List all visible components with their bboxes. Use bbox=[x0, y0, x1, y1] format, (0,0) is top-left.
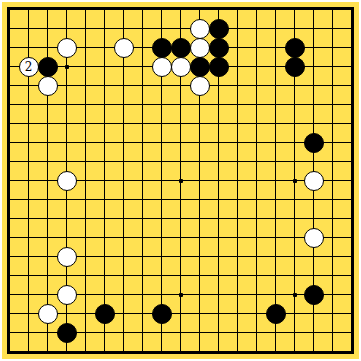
white-stone[interactable] bbox=[152, 57, 172, 77]
white-stone[interactable] bbox=[57, 38, 77, 58]
star-point bbox=[293, 293, 297, 297]
black-stone[interactable] bbox=[209, 38, 229, 58]
white-stone[interactable] bbox=[190, 76, 210, 96]
white-stone[interactable] bbox=[57, 171, 77, 191]
star-point bbox=[179, 179, 183, 183]
white-stone[interactable] bbox=[38, 304, 58, 324]
white-stone[interactable] bbox=[190, 38, 210, 58]
black-stone[interactable] bbox=[152, 38, 172, 58]
black-stone[interactable] bbox=[285, 57, 305, 77]
go-diagram: 2 bbox=[0, 0, 361, 361]
star-point bbox=[179, 293, 183, 297]
white-stone[interactable] bbox=[57, 247, 77, 267]
move-number-label: 2 bbox=[25, 61, 33, 73]
white-stone[interactable] bbox=[38, 76, 58, 96]
white-stone[interactable] bbox=[57, 285, 77, 305]
black-stone[interactable] bbox=[209, 19, 229, 39]
go-board-grid[interactable]: 2 bbox=[0, 0, 361, 361]
white-stone[interactable] bbox=[190, 19, 210, 39]
black-stone[interactable] bbox=[152, 304, 172, 324]
black-stone[interactable] bbox=[38, 57, 58, 77]
white-stone[interactable] bbox=[304, 171, 324, 191]
black-stone[interactable] bbox=[304, 133, 324, 153]
white-stone[interactable]: 2 bbox=[19, 57, 39, 77]
black-stone[interactable] bbox=[190, 57, 210, 77]
black-stone[interactable] bbox=[95, 304, 115, 324]
white-stone[interactable] bbox=[171, 57, 191, 77]
black-stone[interactable] bbox=[209, 57, 229, 77]
black-stone[interactable] bbox=[57, 323, 77, 343]
white-stone[interactable] bbox=[304, 228, 324, 248]
star-point bbox=[65, 65, 69, 69]
black-stone[interactable] bbox=[285, 38, 305, 58]
star-point bbox=[293, 179, 297, 183]
black-stone[interactable] bbox=[304, 285, 324, 305]
black-stone[interactable] bbox=[171, 38, 191, 58]
white-stone[interactable] bbox=[114, 38, 134, 58]
black-stone[interactable] bbox=[266, 304, 286, 324]
